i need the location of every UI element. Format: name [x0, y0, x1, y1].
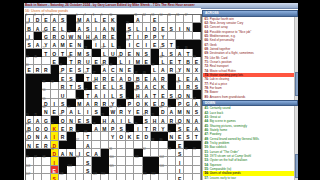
grid-cell[interactable]: R — [59, 132, 67, 140]
grid-cell[interactable] — [168, 174, 176, 180]
grid-cell[interactable]: E — [101, 82, 109, 90]
grid-cell[interactable]: I — [126, 57, 134, 65]
grid-cell[interactable]: 7A — [84, 15, 92, 23]
grid-cell[interactable]: 108 — [59, 174, 67, 180]
grid-cell[interactable]: 84K — [126, 132, 134, 140]
grid-cell[interactable]: 42A — [101, 65, 109, 73]
grid-cell[interactable]: C — [134, 40, 142, 48]
across-clue-item[interactable]: 80: Answers from grandstands — [203, 95, 298, 99]
grid-cell[interactable]: S — [117, 82, 125, 90]
grid-cell[interactable]: E — [67, 65, 75, 73]
grid-cell[interactable]: 99 — [76, 157, 84, 165]
grid-cell[interactable]: I — [134, 32, 142, 40]
grid-cell[interactable]: 104 — [67, 166, 75, 174]
grid-cell[interactable]: S — [76, 65, 84, 73]
grid-cell[interactable] — [168, 166, 176, 174]
grid-cell[interactable]: 71A — [34, 116, 42, 124]
grid-cell[interactable]: I — [92, 23, 100, 31]
grid-cell[interactable]: N — [184, 90, 192, 98]
grid-cell[interactable] — [126, 157, 134, 165]
grid-cell[interactable] — [184, 32, 192, 40]
grid-cell[interactable]: E — [92, 57, 100, 65]
grid-cell[interactable]: A — [84, 141, 92, 149]
grid-cell[interactable]: K — [143, 99, 151, 107]
grid-cell[interactable]: O — [34, 124, 42, 132]
grid-cell[interactable]: S — [193, 107, 201, 115]
grid-cell[interactable]: G — [184, 99, 192, 107]
grid-cell[interactable] — [184, 174, 192, 180]
grid-cell[interactable]: 49E — [143, 74, 151, 82]
grid-cell[interactable]: 28S — [84, 49, 92, 57]
grid-cell[interactable] — [117, 166, 125, 174]
grid-cell[interactable]: 83T — [84, 132, 92, 140]
grid-cell[interactable]: S — [84, 157, 92, 165]
grid-cell[interactable]: 35 — [34, 57, 42, 65]
across-scrollbar-thumb[interactable] — [295, 72, 298, 96]
grid-cell[interactable] — [126, 174, 134, 180]
grid-cell[interactable]: 62P — [176, 99, 184, 107]
grid-cell[interactable]: 37L — [117, 57, 125, 65]
grid-cell[interactable]: R — [159, 74, 167, 82]
grid-cell[interactable]: 72O — [59, 116, 67, 124]
grid-cell[interactable]: 38L — [159, 57, 167, 65]
grid-cell[interactable]: 58H — [134, 90, 142, 98]
grid-cell[interactable]: 92 — [143, 149, 151, 157]
grid-cell[interactable]: C — [84, 149, 92, 157]
grid-cell[interactable] — [101, 132, 109, 140]
grid-cell[interactable]: N — [134, 49, 142, 57]
grid-cell[interactable]: E — [51, 57, 59, 65]
grid-cell[interactable]: R — [184, 82, 192, 90]
grid-cell[interactable]: S — [84, 116, 92, 124]
grid-cell[interactable]: 55I — [176, 82, 184, 90]
grid-cell[interactable] — [184, 157, 192, 165]
grid-cell[interactable]: E — [159, 23, 167, 31]
grid-cell[interactable]: 40E — [26, 65, 34, 73]
grid-cell[interactable]: P — [143, 32, 151, 40]
grid-cell[interactable] — [117, 141, 125, 149]
across-scrollbar[interactable] — [294, 17, 298, 100]
grid-cell[interactable] — [151, 149, 159, 157]
grid-cell[interactable] — [92, 132, 100, 140]
grid-cell[interactable]: 101 — [134, 157, 142, 165]
down-scrollbar-thumb[interactable] — [295, 154, 298, 178]
grid-cell[interactable]: Y — [109, 132, 117, 140]
grid-cell[interactable]: 14 — [159, 15, 167, 23]
grid-cell[interactable]: 79I — [134, 124, 142, 132]
grid-cell[interactable]: L — [109, 90, 117, 98]
grid-cell[interactable]: A — [117, 74, 125, 82]
grid-cell[interactable]: A — [193, 74, 201, 82]
grid-cell[interactable]: D — [151, 23, 159, 31]
grid-cell[interactable]: 21G — [42, 32, 50, 40]
grid-cell[interactable] — [34, 174, 42, 180]
grid-cell[interactable]: 112 — [151, 174, 159, 180]
grid-cell[interactable]: I — [117, 116, 125, 124]
crossword-grid[interactable]: 1I2D3E4A5S6M7A8L9E10K11A1213E1415161718B… — [25, 14, 203, 180]
grid-cell[interactable]: 53E — [92, 82, 100, 90]
grid-cell[interactable]: 67R — [117, 107, 125, 115]
grid-cell[interactable]: 17 — [184, 15, 192, 23]
grid-cell[interactable]: N — [76, 40, 84, 48]
grid-cell[interactable]: A — [151, 74, 159, 82]
grid-cell[interactable]: I — [143, 40, 151, 48]
grid-cell[interactable]: E — [126, 65, 134, 73]
grid-cell[interactable]: U — [59, 90, 67, 98]
grid-cell[interactable]: E — [109, 74, 117, 82]
grid-cell[interactable]: S — [168, 90, 176, 98]
grid-cell[interactable]: L — [126, 116, 134, 124]
grid-cell[interactable] — [117, 174, 125, 180]
grid-cell[interactable]: O — [59, 32, 67, 40]
down-clue-list[interactable]: 41: Certainly sound42: Lace back43: Grea… — [202, 106, 298, 180]
grid-cell[interactable]: Y — [159, 124, 167, 132]
grid-cell[interactable]: E — [151, 40, 159, 48]
grid-cell[interactable]: R — [34, 65, 42, 73]
grid-cell[interactable]: 39E — [193, 57, 201, 65]
grid-cell[interactable]: E — [51, 107, 59, 115]
grid-cell[interactable]: S — [76, 82, 84, 90]
grid-cell[interactable]: 69A — [168, 107, 176, 115]
grid-cell[interactable]: Y — [126, 107, 134, 115]
grid-cell[interactable]: R — [101, 32, 109, 40]
grid-cell[interactable]: A — [143, 82, 151, 90]
grid-cell[interactable]: M — [59, 40, 67, 48]
grid-cell[interactable]: 107 — [26, 174, 34, 180]
grid-cell[interactable] — [84, 174, 92, 180]
grid-cell[interactable] — [193, 15, 201, 23]
grid-cell[interactable]: K — [159, 82, 167, 90]
grid-cell[interactable]: 78A — [92, 124, 100, 132]
grid-cell[interactable] — [76, 166, 84, 174]
grid-cell[interactable]: S — [51, 174, 59, 180]
grid-cell[interactable]: I — [176, 23, 184, 31]
grid-cell[interactable]: E — [184, 74, 192, 82]
grid-cell[interactable]: I — [84, 107, 92, 115]
grid-cell[interactable]: Y — [159, 32, 167, 40]
grid-cell[interactable]: E — [176, 141, 184, 149]
grid-cell[interactable]: T — [176, 57, 184, 65]
grid-cell[interactable]: 63A — [193, 99, 201, 107]
grid-cell[interactable]: 90D — [51, 149, 59, 157]
grid-cell[interactable]: P — [109, 124, 117, 132]
grid-cell[interactable]: T — [193, 132, 201, 140]
grid-cell[interactable]: E — [176, 132, 184, 140]
grid-cell[interactable]: S — [67, 74, 75, 82]
grid-cell[interactable]: L — [109, 40, 117, 48]
grid-cell[interactable]: 9E — [101, 15, 109, 23]
grid-cell[interactable]: M — [176, 107, 184, 115]
grid-cell[interactable]: 93 — [168, 149, 176, 157]
grid-cell[interactable]: 43C — [109, 65, 117, 73]
grid-cell[interactable]: A — [59, 149, 67, 157]
grid-cell[interactable]: A — [42, 132, 50, 140]
grid-cell[interactable]: X — [193, 65, 201, 73]
grid-cell[interactable]: 88 — [151, 141, 159, 149]
grid-cell[interactable] — [42, 174, 50, 180]
grid-cell[interactable]: N — [67, 116, 75, 124]
grid-cell[interactable]: 65A — [67, 107, 75, 115]
grid-cell[interactable]: N — [184, 116, 192, 124]
grid-cell[interactable]: 52 — [51, 82, 59, 90]
grid-cell[interactable]: 95 — [193, 149, 201, 157]
grid-cell[interactable] — [193, 166, 201, 174]
grid-cell[interactable]: O — [134, 99, 142, 107]
grid-cell[interactable]: N — [184, 23, 192, 31]
grid-cell[interactable] — [134, 174, 142, 180]
grid-cell[interactable]: M — [101, 124, 109, 132]
grid-cell[interactable] — [176, 32, 184, 40]
grid-cell[interactable]: A — [34, 40, 42, 48]
grid-cell[interactable]: E — [151, 99, 159, 107]
grid-cell[interactable] — [51, 90, 59, 98]
grid-cell[interactable]: 33T — [184, 49, 192, 57]
grid-cell[interactable]: N — [184, 65, 192, 73]
grid-cell[interactable]: M — [76, 49, 84, 57]
grid-cell[interactable]: E — [51, 23, 59, 31]
grid-cell[interactable]: A — [193, 116, 201, 124]
grid-cell[interactable] — [126, 166, 134, 174]
grid-cell[interactable]: A — [159, 116, 167, 124]
grid-cell[interactable]: 25I — [92, 40, 100, 48]
grid-cell[interactable]: R — [168, 65, 176, 73]
grid-cell[interactable]: T — [59, 49, 67, 57]
grid-cell[interactable]: S — [117, 124, 125, 132]
grid-cell[interactable]: 111 — [143, 174, 151, 180]
grid-cell[interactable]: L — [134, 23, 142, 31]
grid-cell[interactable]: 15 — [168, 15, 176, 23]
grid-cell[interactable]: 89 — [159, 141, 167, 149]
grid-cell[interactable]: O — [117, 132, 125, 140]
grid-cell[interactable]: P — [151, 32, 159, 40]
grid-cell[interactable]: R — [59, 82, 67, 90]
grid-cell[interactable]: L — [59, 23, 67, 31]
grid-cell[interactable]: A — [51, 40, 59, 48]
grid-cell[interactable]: M — [134, 57, 142, 65]
grid-cell[interactable]: E — [168, 57, 176, 65]
grid-cell[interactable]: E — [134, 132, 142, 140]
grid-cell[interactable]: 5S — [59, 15, 67, 23]
grid-cell[interactable]: A — [193, 124, 201, 132]
grid-cell[interactable]: 24S — [26, 40, 34, 48]
grid-cell[interactable]: 86N — [26, 141, 34, 149]
grid-cell[interactable]: N — [117, 65, 125, 73]
grid-cell[interactable]: R — [51, 32, 59, 40]
grid-cell[interactable]: I — [143, 23, 151, 31]
grid-cell[interactable]: C — [151, 82, 159, 90]
grid-cell[interactable]: E — [176, 174, 184, 180]
grid-cell[interactable]: 94 — [184, 149, 192, 157]
grid-cell[interactable]: I — [176, 166, 184, 174]
grid-cell[interactable]: H — [84, 32, 92, 40]
grid-cell[interactable]: A — [101, 23, 109, 31]
grid-cell[interactable]: S — [168, 23, 176, 31]
grid-cell[interactable] — [168, 157, 176, 165]
grid-cell[interactable]: A — [143, 90, 151, 98]
grid-cell[interactable]: R — [151, 124, 159, 132]
grid-cell[interactable] — [159, 174, 167, 180]
grid-cell[interactable]: N — [184, 107, 192, 115]
grid-cell[interactable]: N — [34, 132, 42, 140]
grid-cell[interactable]: 77K — [51, 124, 59, 132]
grid-cell[interactable]: S — [84, 23, 92, 31]
grid-cell[interactable]: I — [176, 157, 184, 165]
grid-cell[interactable]: E — [126, 49, 134, 57]
grid-cell[interactable]: 105 — [109, 166, 117, 174]
grid-cell[interactable]: S — [117, 90, 125, 98]
grid-cell[interactable]: 74S — [143, 116, 151, 124]
down-clue-item[interactable]: 57: Leaves early to tour — [203, 176, 298, 180]
grid-cell[interactable]: 46T — [84, 74, 92, 82]
grid-cell[interactable] — [76, 174, 84, 180]
grid-cell[interactable]: E — [109, 32, 117, 40]
grid-cell[interactable]: L — [76, 107, 84, 115]
grid-cell[interactable]: 11A — [134, 15, 142, 23]
grid-cell[interactable]: T — [67, 82, 75, 90]
grid-cell[interactable]: 66W — [109, 107, 117, 115]
grid-cell[interactable]: 18B — [26, 23, 34, 31]
grid-cell[interactable]: 75H — [151, 116, 159, 124]
grid-cell[interactable]: 64N — [42, 107, 50, 115]
grid-cell[interactable]: 80S — [176, 124, 184, 132]
grid-cell[interactable]: A — [34, 23, 42, 31]
grid-cell[interactable]: I — [51, 132, 59, 140]
grid-cell[interactable]: R — [76, 57, 84, 65]
grid-cell[interactable]: 110 — [101, 174, 109, 180]
down-scrollbar[interactable] — [294, 106, 298, 180]
grid-cell[interactable] — [42, 57, 50, 65]
grid-cell[interactable]: 8L — [92, 15, 100, 23]
grid-cell[interactable]: E — [67, 40, 75, 48]
grid-cell[interactable]: S — [193, 82, 201, 90]
grid-cell[interactable]: E — [159, 90, 167, 98]
grid-cell[interactable]: U — [84, 57, 92, 65]
grid-cell[interactable]: 109 — [92, 174, 100, 180]
grid-cell[interactable]: L — [109, 82, 117, 90]
grid-cell[interactable]: A — [84, 99, 92, 107]
grid-cell[interactable]: I — [51, 157, 59, 165]
grid-cell[interactable]: T — [151, 90, 159, 98]
grid-cell[interactable] — [92, 141, 100, 149]
grid-cell[interactable]: 68D — [159, 107, 167, 115]
grid-cell[interactable]: 44L — [151, 65, 159, 73]
grid-cell[interactable]: 57T — [84, 90, 92, 98]
grid-cell[interactable]: N — [76, 32, 84, 40]
grid-cell[interactable] — [126, 141, 134, 149]
grid-cell[interactable]: T — [143, 124, 151, 132]
grid-cell[interactable] — [134, 141, 142, 149]
grid-cell[interactable]: 97 — [34, 157, 42, 165]
grid-cell[interactable]: G — [42, 116, 50, 124]
grid-cell[interactable] — [117, 157, 125, 165]
grid-cell[interactable]: 61P — [126, 99, 134, 107]
grid-cell[interactable] — [193, 157, 201, 165]
grid-cell[interactable]: 13E — [151, 15, 159, 23]
grid-cell[interactable]: 10K — [109, 15, 117, 23]
grid-cell[interactable]: S — [176, 149, 184, 157]
grid-cell[interactable]: 3E — [42, 15, 50, 23]
grid-cell[interactable]: O — [51, 49, 59, 57]
grid-cell[interactable]: 16 — [176, 15, 184, 23]
grid-cell[interactable]: E — [134, 107, 142, 115]
grid-cell[interactable]: T — [168, 40, 176, 48]
grid-cell[interactable] — [67, 174, 75, 180]
grid-cell[interactable]: R — [42, 65, 50, 73]
grid-cell[interactable]: S — [184, 132, 192, 140]
grid-cell[interactable] — [193, 32, 201, 40]
grid-cell[interactable]: E — [51, 166, 59, 174]
grid-cell[interactable]: B — [184, 57, 192, 65]
grid-cell[interactable]: 2D — [34, 15, 42, 23]
grid-cell[interactable]: S — [84, 166, 92, 174]
grid-cell[interactable]: 87 — [76, 141, 84, 149]
grid-cell[interactable]: 36T — [67, 57, 75, 65]
grid-cell[interactable]: S — [168, 49, 176, 57]
grid-cell[interactable]: 73H — [101, 116, 109, 124]
grid-cell[interactable]: E — [59, 124, 67, 132]
grid-cell[interactable]: 32A — [176, 49, 184, 57]
grid-cell[interactable]: 4A — [51, 15, 59, 23]
grid-cell[interactable]: 45E — [59, 74, 67, 82]
grid-cell[interactable]: R — [67, 124, 75, 132]
grid-cell[interactable]: 98 — [42, 157, 50, 165]
grid-cell[interactable]: D — [126, 74, 134, 82]
grid-cell[interactable]: A — [109, 116, 117, 124]
grid-cell[interactable]: E — [143, 57, 151, 65]
grid-cell[interactable]: R — [101, 99, 109, 107]
grid-cell[interactable]: A — [92, 149, 100, 157]
grid-cell[interactable]: N — [67, 149, 75, 157]
grid-cell[interactable] — [34, 166, 42, 174]
grid-cell[interactable]: S — [59, 99, 67, 107]
grid-cell[interactable]: 106 — [159, 166, 167, 174]
grid-cell[interactable] — [168, 32, 176, 40]
grid-cell[interactable]: A — [92, 90, 100, 98]
grid-cell[interactable] — [117, 149, 125, 157]
grid-cell[interactable]: D — [143, 132, 151, 140]
grid-cell[interactable]: 12 — [143, 15, 151, 23]
grid-cell[interactable]: 27T — [42, 49, 50, 57]
grid-cell[interactable]: E — [76, 116, 84, 124]
grid-cell[interactable]: I — [101, 90, 109, 98]
grid-cell[interactable]: O — [42, 124, 50, 132]
grid-cell[interactable]: R — [101, 74, 109, 82]
grid-cell[interactable]: S — [143, 49, 151, 57]
grid-cell[interactable]: E — [34, 141, 42, 149]
grid-cell[interactable]: R — [168, 116, 176, 124]
grid-cell[interactable]: 60M — [76, 99, 84, 107]
grid-cell[interactable] — [193, 174, 201, 180]
grid-cell[interactable]: 26I — [126, 40, 134, 48]
grid-cell[interactable]: 22W — [67, 32, 75, 40]
grid-cell[interactable] — [134, 166, 142, 174]
grid-cell[interactable] — [42, 166, 50, 174]
grid-cell[interactable] — [109, 174, 117, 180]
grid-cell[interactable]: 19A — [76, 23, 84, 31]
grid-cell[interactable]: S — [92, 107, 100, 115]
across-clue-list[interactable]: 61: Popular fourth win62: New Jersey sen… — [202, 17, 298, 100]
grid-cell[interactable] — [101, 141, 109, 149]
grid-cell[interactable] — [67, 90, 75, 98]
grid-cell[interactable]: 29L — [101, 49, 109, 57]
grid-cell[interactable] — [184, 166, 192, 174]
grid-cell[interactable]: I — [51, 99, 59, 107]
grid-cell[interactable]: E — [184, 124, 192, 132]
grid-cell[interactable]: 85N — [168, 132, 176, 140]
grid-cell[interactable]: N — [109, 23, 117, 31]
grid-cell[interactable] — [126, 149, 134, 157]
grid-cell[interactable]: A — [159, 65, 167, 73]
